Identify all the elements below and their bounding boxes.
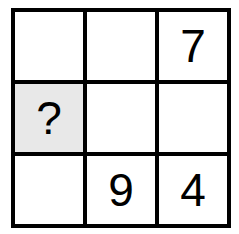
grid-cell-r0c0[interactable]: [15, 12, 83, 80]
grid-cell-r0c1[interactable]: [87, 12, 155, 80]
grid-cell-r1c2[interactable]: [159, 84, 227, 152]
grid-cell-r1c0[interactable]: ?: [15, 84, 83, 152]
grid-cell-r2c1[interactable]: 9: [87, 156, 155, 224]
grid-cell-r1c1[interactable]: [87, 84, 155, 152]
puzzle-board: 7?94: [11, 8, 231, 228]
grid-cell-r0c2[interactable]: 7: [159, 12, 227, 80]
grid-cell-r2c2[interactable]: 4: [159, 156, 227, 224]
puzzle-grid: 7?94: [11, 8, 231, 228]
grid-cell-r2c0[interactable]: [15, 156, 83, 224]
